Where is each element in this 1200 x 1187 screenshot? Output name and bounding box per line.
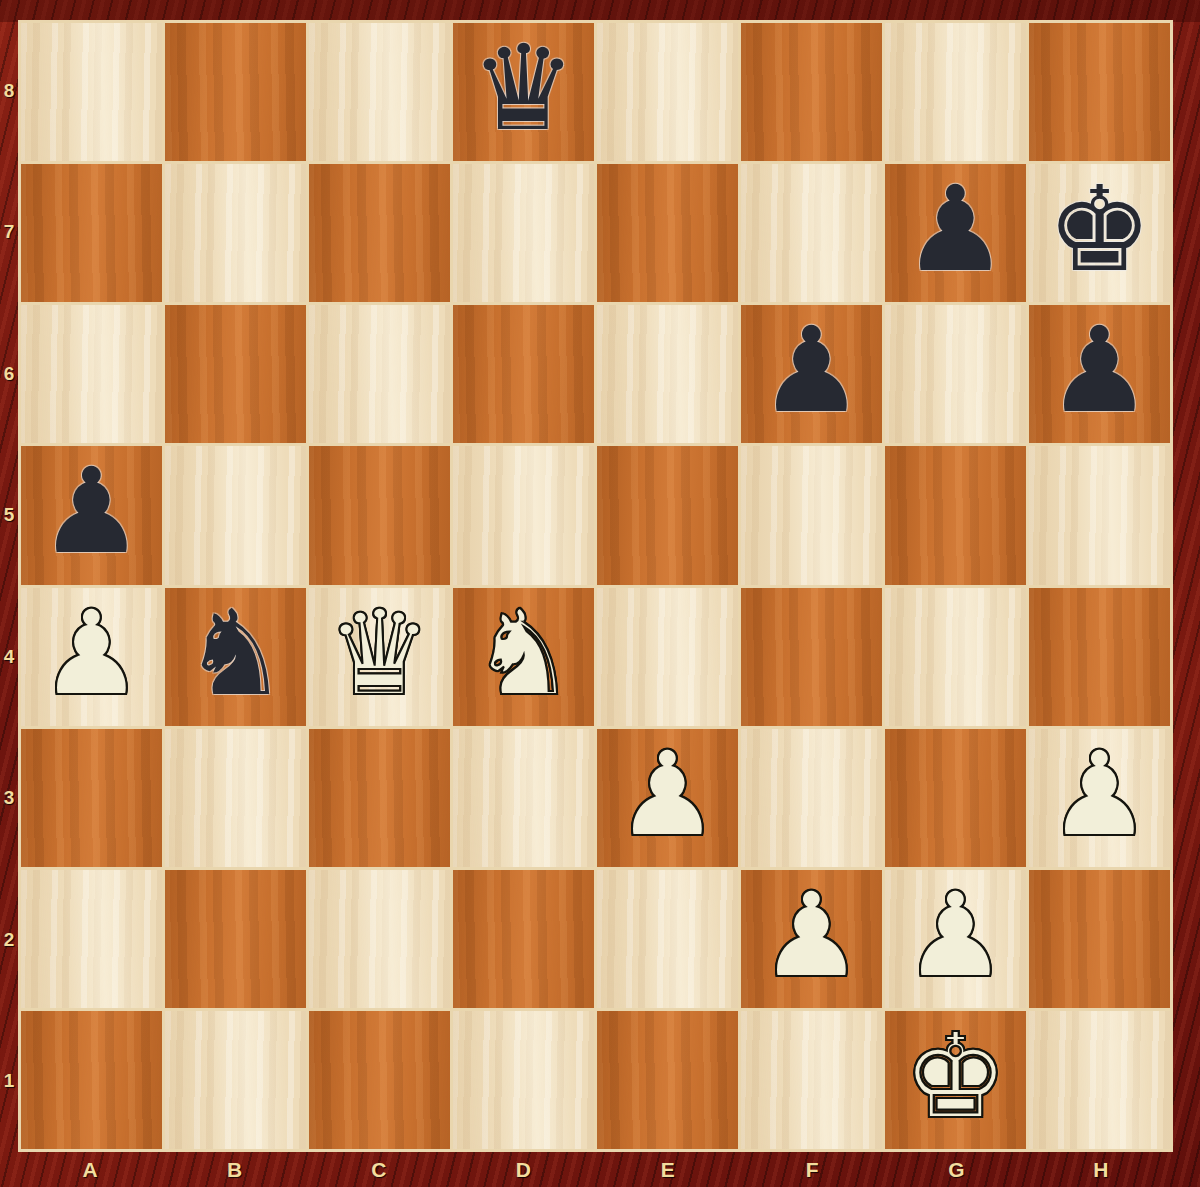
white-pawn-h3[interactable]: ♟ [1047,735,1153,853]
square-d7[interactable] [453,164,594,302]
square-b4[interactable]: ♞ [165,588,306,726]
square-f3[interactable] [741,729,882,867]
rank-label-5: 5 [0,445,18,587]
chess-board: ♛♟♚♟♟♟♟♞♛♞♟♟♟♟♚ [18,20,1173,1152]
rank-label-8: 8 [0,20,18,162]
square-b2[interactable] [165,870,306,1008]
square-a1[interactable] [21,1011,162,1149]
white-knight-d4[interactable]: ♞ [471,594,577,712]
file-label-g: G [884,1152,1028,1187]
square-e3[interactable]: ♟ [597,729,738,867]
square-f8[interactable] [741,23,882,161]
square-c4[interactable]: ♛ [309,588,450,726]
white-king-g1[interactable]: ♚ [903,1017,1009,1135]
black-pawn-h6[interactable]: ♟ [1047,311,1153,429]
square-a6[interactable] [21,305,162,443]
square-b3[interactable] [165,729,306,867]
square-a4[interactable]: ♟ [21,588,162,726]
square-h4[interactable] [1029,588,1170,726]
file-label-b: B [162,1152,306,1187]
square-d8[interactable]: ♛ [453,23,594,161]
white-pawn-a4[interactable]: ♟ [39,594,145,712]
square-g2[interactable]: ♟ [885,870,1026,1008]
square-b1[interactable] [165,1011,306,1149]
square-h6[interactable]: ♟ [1029,305,1170,443]
square-e7[interactable] [597,164,738,302]
file-label-f: F [740,1152,884,1187]
rank-label-6: 6 [0,303,18,445]
white-pawn-g2[interactable]: ♟ [903,876,1009,994]
white-pawn-f2[interactable]: ♟ [759,876,865,994]
rank-label-3: 3 [0,728,18,870]
rank-label-1: 1 [0,1011,18,1153]
file-label-d: D [451,1152,595,1187]
file-labels: ABCDEFGH [18,1152,1173,1187]
square-e1[interactable] [597,1011,738,1149]
square-f4[interactable] [741,588,882,726]
square-d4[interactable]: ♞ [453,588,594,726]
black-king-h7[interactable]: ♚ [1047,170,1153,288]
square-a7[interactable] [21,164,162,302]
square-d6[interactable] [453,305,594,443]
square-e6[interactable] [597,305,738,443]
square-c8[interactable] [309,23,450,161]
file-label-a: A [18,1152,162,1187]
square-a2[interactable] [21,870,162,1008]
white-pawn-e3[interactable]: ♟ [615,735,721,853]
rank-label-7: 7 [0,162,18,304]
black-queen-d8[interactable]: ♛ [471,29,577,147]
square-f7[interactable] [741,164,882,302]
square-d5[interactable] [453,446,594,584]
square-h5[interactable] [1029,446,1170,584]
square-f1[interactable] [741,1011,882,1149]
square-d3[interactable] [453,729,594,867]
square-h2[interactable] [1029,870,1170,1008]
square-c3[interactable] [309,729,450,867]
square-g3[interactable] [885,729,1026,867]
square-g7[interactable]: ♟ [885,164,1026,302]
square-a5[interactable]: ♟ [21,446,162,584]
square-g6[interactable] [885,305,1026,443]
square-g5[interactable] [885,446,1026,584]
square-b5[interactable] [165,446,306,584]
square-d2[interactable] [453,870,594,1008]
square-h3[interactable]: ♟ [1029,729,1170,867]
square-a3[interactable] [21,729,162,867]
square-c7[interactable] [309,164,450,302]
square-c5[interactable] [309,446,450,584]
square-b7[interactable] [165,164,306,302]
black-pawn-a5[interactable]: ♟ [39,452,145,570]
black-pawn-g7[interactable]: ♟ [903,170,1009,288]
square-c1[interactable] [309,1011,450,1149]
square-e5[interactable] [597,446,738,584]
square-a8[interactable] [21,23,162,161]
file-label-e: E [596,1152,740,1187]
square-f5[interactable] [741,446,882,584]
square-e2[interactable] [597,870,738,1008]
square-c6[interactable] [309,305,450,443]
black-knight-b4[interactable]: ♞ [183,594,289,712]
file-label-h: H [1029,1152,1173,1187]
rank-labels: 87654321 [0,20,18,1152]
square-e4[interactable] [597,588,738,726]
rank-label-4: 4 [0,586,18,728]
square-c2[interactable] [309,870,450,1008]
square-d1[interactable] [453,1011,594,1149]
black-pawn-f6[interactable]: ♟ [759,311,865,429]
square-h7[interactable]: ♚ [1029,164,1170,302]
square-e8[interactable] [597,23,738,161]
white-queen-c4[interactable]: ♛ [327,594,433,712]
square-h8[interactable] [1029,23,1170,161]
file-label-c: C [307,1152,451,1187]
square-g4[interactable] [885,588,1026,726]
square-b8[interactable] [165,23,306,161]
square-g8[interactable] [885,23,1026,161]
square-b6[interactable] [165,305,306,443]
square-g1[interactable]: ♚ [885,1011,1026,1149]
rank-label-2: 2 [0,869,18,1011]
square-f6[interactable]: ♟ [741,305,882,443]
chess-board-frame: 87654321 ♛♟♚♟♟♟♟♞♛♞♟♟♟♟♚ ABCDEFGH [0,0,1200,1187]
square-f2[interactable]: ♟ [741,870,882,1008]
square-h1[interactable] [1029,1011,1170,1149]
